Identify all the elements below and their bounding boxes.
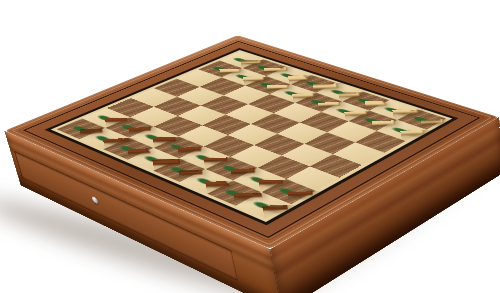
black-rook[interactable]: ♜ [210, 139, 304, 223]
square-a8[interactable]: ♜ [236, 192, 291, 218]
square-a2[interactable]: ♟ [377, 120, 427, 141]
product-photo-stage: ♜♞♝♚♛♝♞♜♟♟♟♟♟♟♟♟♟♟♟♟♟♟♟♟♜♞♝♚♛♝♞♜ [0, 0, 500, 293]
drawer-knob[interactable] [92, 196, 99, 205]
